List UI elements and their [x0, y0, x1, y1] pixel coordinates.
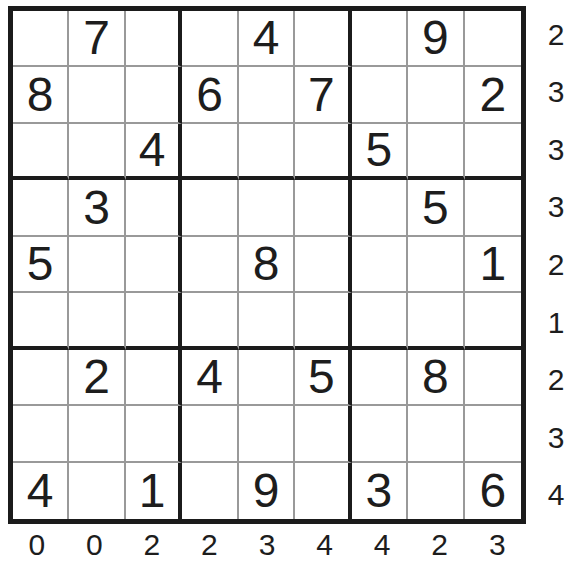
cell-r4c6[interactable] [295, 180, 351, 236]
cell-r9c6[interactable] [295, 463, 351, 519]
cell-r8c9[interactable] [465, 406, 521, 462]
cell-r5c3[interactable] [126, 237, 182, 293]
cell-r2c1[interactable]: 8 [13, 67, 69, 123]
cell-r4c5[interactable] [239, 180, 295, 236]
cell-r1c4[interactable] [182, 11, 238, 67]
cell-r9c5[interactable]: 9 [239, 463, 295, 519]
cell-r7c1[interactable] [13, 350, 69, 406]
cell-r6c7[interactable] [352, 293, 408, 349]
cell-r9c7[interactable]: 3 [352, 463, 408, 519]
cell-r8c3[interactable] [126, 406, 182, 462]
cell-r4c2[interactable]: 3 [69, 180, 125, 236]
cell-r8c1[interactable] [13, 406, 69, 462]
cell-r1c9[interactable] [465, 11, 521, 67]
cell-r5c5[interactable]: 8 [239, 237, 295, 293]
cell-r6c5[interactable] [239, 293, 295, 349]
bottom-clue-col9: 3 [468, 527, 526, 563]
cell-r1c1[interactable] [13, 11, 69, 67]
cell-r8c5[interactable] [239, 406, 295, 462]
cell-r5c9[interactable]: 1 [465, 237, 521, 293]
right-clue-row4: 3 [534, 179, 578, 237]
cell-r4c8[interactable]: 5 [408, 180, 464, 236]
cell-r7c2[interactable]: 2 [69, 350, 125, 406]
right-clue-row1: 2 [534, 6, 578, 64]
right-clue-row5: 2 [534, 236, 578, 294]
right-clue-row2: 3 [534, 64, 578, 122]
right-clue-row7: 2 [534, 351, 578, 409]
cell-r9c2[interactable] [69, 463, 125, 519]
cell-r5c4[interactable] [182, 237, 238, 293]
bottom-clue-col6: 4 [296, 527, 354, 563]
cell-r4c7[interactable] [352, 180, 408, 236]
cell-r3c2[interactable] [69, 124, 125, 180]
cell-r7c5[interactable] [239, 350, 295, 406]
cell-r2c3[interactable] [126, 67, 182, 123]
cell-r5c2[interactable] [69, 237, 125, 293]
cell-r2c8[interactable] [408, 67, 464, 123]
cell-r7c3[interactable] [126, 350, 182, 406]
cell-r3c8[interactable] [408, 124, 464, 180]
bottom-clue-col7: 4 [353, 527, 411, 563]
cell-r1c2[interactable]: 7 [69, 11, 125, 67]
cell-r5c7[interactable] [352, 237, 408, 293]
cell-r4c3[interactable] [126, 180, 182, 236]
sudoku-board: 74986724535581245841936 [8, 6, 526, 524]
cell-r9c9[interactable]: 6 [465, 463, 521, 519]
right-clue-row8: 3 [534, 409, 578, 467]
sudoku-puzzle-page: 74986724535581245841936 233321234 002234… [0, 0, 582, 565]
cell-r4c1[interactable] [13, 180, 69, 236]
cell-r4c4[interactable] [182, 180, 238, 236]
cell-r9c1[interactable]: 4 [13, 463, 69, 519]
cell-r6c4[interactable] [182, 293, 238, 349]
cell-r8c2[interactable] [69, 406, 125, 462]
bottom-clue-col3: 2 [123, 527, 181, 563]
bottom-clue-col4: 2 [181, 527, 239, 563]
right-clue-row3: 3 [534, 121, 578, 179]
cell-r2c6[interactable]: 7 [295, 67, 351, 123]
cell-r7c8[interactable]: 8 [408, 350, 464, 406]
cell-r3c6[interactable] [295, 124, 351, 180]
right-clue-row9: 4 [534, 466, 578, 524]
cell-r9c4[interactable] [182, 463, 238, 519]
cell-r6c9[interactable] [465, 293, 521, 349]
right-clue-row6: 1 [534, 294, 578, 352]
cell-r9c3[interactable]: 1 [126, 463, 182, 519]
cell-r6c6[interactable] [295, 293, 351, 349]
cell-r1c7[interactable] [352, 11, 408, 67]
cell-r8c7[interactable] [352, 406, 408, 462]
cell-r9c8[interactable] [408, 463, 464, 519]
cell-r2c5[interactable] [239, 67, 295, 123]
cell-r5c6[interactable] [295, 237, 351, 293]
cell-r3c3[interactable]: 4 [126, 124, 182, 180]
bottom-clue-col5: 3 [238, 527, 296, 563]
cell-r3c5[interactable] [239, 124, 295, 180]
cell-r2c9[interactable]: 2 [465, 67, 521, 123]
cell-r1c6[interactable] [295, 11, 351, 67]
cell-r7c6[interactable]: 5 [295, 350, 351, 406]
cell-r6c1[interactable] [13, 293, 69, 349]
right-clue-column: 233321234 [534, 6, 578, 524]
cell-r7c7[interactable] [352, 350, 408, 406]
cell-r1c3[interactable] [126, 11, 182, 67]
cell-r2c7[interactable] [352, 67, 408, 123]
cell-r1c5[interactable]: 4 [239, 11, 295, 67]
cell-r2c2[interactable] [69, 67, 125, 123]
bottom-clue-col2: 0 [66, 527, 124, 563]
cell-r6c2[interactable] [69, 293, 125, 349]
bottom-clue-row: 002234423 [8, 527, 526, 563]
cell-r8c6[interactable] [295, 406, 351, 462]
cell-r2c4[interactable]: 6 [182, 67, 238, 123]
cell-r6c3[interactable] [126, 293, 182, 349]
cell-r4c9[interactable] [465, 180, 521, 236]
cell-r7c4[interactable]: 4 [182, 350, 238, 406]
cell-r6c8[interactable] [408, 293, 464, 349]
cell-r1c8[interactable]: 9 [408, 11, 464, 67]
cell-r3c7[interactable]: 5 [352, 124, 408, 180]
cell-r3c1[interactable] [13, 124, 69, 180]
cell-r3c9[interactable] [465, 124, 521, 180]
cell-r8c4[interactable] [182, 406, 238, 462]
bottom-clue-col1: 0 [8, 527, 66, 563]
bottom-clue-col8: 2 [411, 527, 469, 563]
cell-r3c4[interactable] [182, 124, 238, 180]
cell-r8c8[interactable] [408, 406, 464, 462]
cell-r5c1[interactable]: 5 [13, 237, 69, 293]
cell-r7c9[interactable] [465, 350, 521, 406]
cell-r5c8[interactable] [408, 237, 464, 293]
